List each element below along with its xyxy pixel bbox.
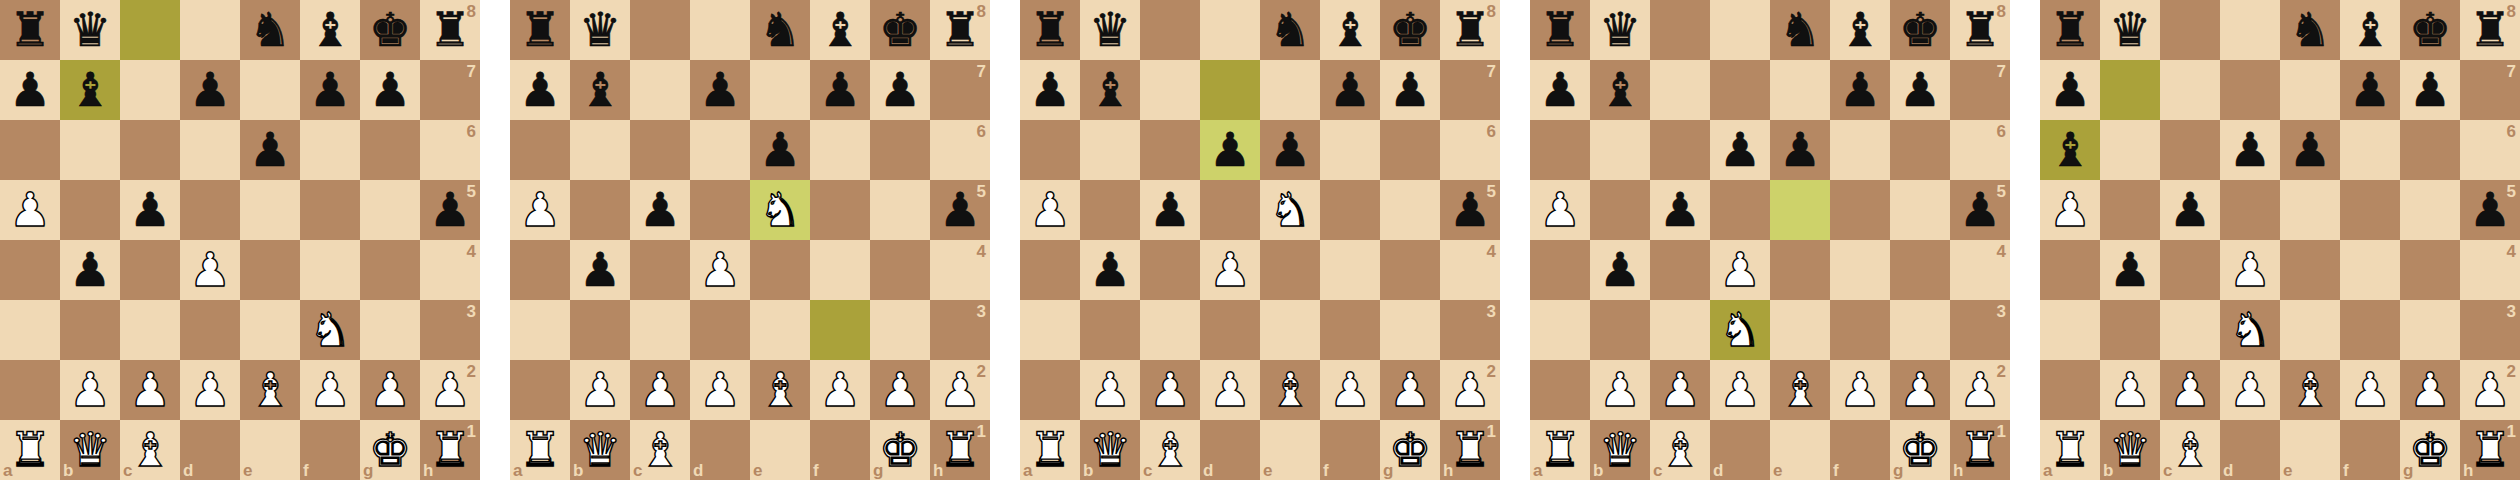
square-f7[interactable]: ♟ — [810, 60, 870, 120]
square-b8[interactable]: ♛ — [1080, 0, 1140, 60]
square-e7[interactable] — [240, 60, 300, 120]
square-a1[interactable]: ♜a — [0, 420, 60, 480]
square-g3[interactable] — [2400, 300, 2460, 360]
square-a6[interactable] — [1020, 120, 1080, 180]
square-b7[interactable]: ♝ — [570, 60, 630, 120]
square-b7[interactable]: ♝ — [60, 60, 120, 120]
square-d3[interactable]: ♞ — [2220, 300, 2280, 360]
square-e6[interactable]: ♟ — [2280, 120, 2340, 180]
square-b2[interactable]: ♟ — [1590, 360, 1650, 420]
square-g8[interactable]: ♚ — [1380, 0, 1440, 60]
square-g6[interactable] — [870, 120, 930, 180]
square-c3[interactable] — [2160, 300, 2220, 360]
square-f6[interactable] — [1830, 120, 1890, 180]
square-e8[interactable]: ♞ — [1260, 0, 1320, 60]
square-c3[interactable] — [1650, 300, 1710, 360]
square-b1[interactable]: ♛b — [60, 420, 120, 480]
square-a3[interactable] — [510, 300, 570, 360]
square-b4[interactable]: ♟ — [1080, 240, 1140, 300]
square-f2[interactable]: ♟ — [810, 360, 870, 420]
square-e5[interactable]: ♞ — [1260, 180, 1320, 240]
square-b8[interactable]: ♛ — [60, 0, 120, 60]
square-h3[interactable]: 3 — [2460, 300, 2520, 360]
square-g5[interactable] — [360, 180, 420, 240]
square-a8[interactable]: ♜ — [1530, 0, 1590, 60]
square-e8[interactable]: ♞ — [2280, 0, 2340, 60]
square-d6[interactable]: ♟ — [1200, 120, 1260, 180]
square-d8[interactable] — [1200, 0, 1260, 60]
square-d4[interactable]: ♟ — [180, 240, 240, 300]
square-a4[interactable] — [2040, 240, 2100, 300]
square-g6[interactable] — [2400, 120, 2460, 180]
square-b2[interactable]: ♟ — [1080, 360, 1140, 420]
square-h8[interactable]: ♜8 — [1950, 0, 2010, 60]
square-b2[interactable]: ♟ — [2100, 360, 2160, 420]
square-d3[interactable]: ♞ — [1710, 300, 1770, 360]
square-e3[interactable] — [2280, 300, 2340, 360]
square-c6[interactable] — [120, 120, 180, 180]
square-b3[interactable] — [1080, 300, 1140, 360]
square-b5[interactable] — [60, 180, 120, 240]
square-h4[interactable]: 4 — [1950, 240, 2010, 300]
square-f1[interactable]: f — [1320, 420, 1380, 480]
square-h3[interactable]: 3 — [930, 300, 990, 360]
square-c4[interactable] — [630, 240, 690, 300]
square-g1[interactable]: ♚g — [870, 420, 930, 480]
square-g7[interactable]: ♟ — [1890, 60, 1950, 120]
square-d5[interactable] — [1200, 180, 1260, 240]
square-e4[interactable] — [2280, 240, 2340, 300]
square-e1[interactable]: e — [2280, 420, 2340, 480]
square-a1[interactable]: ♜a — [2040, 420, 2100, 480]
square-a5[interactable]: ♟ — [510, 180, 570, 240]
square-c7[interactable] — [630, 60, 690, 120]
square-g7[interactable]: ♟ — [1380, 60, 1440, 120]
square-a2[interactable] — [1530, 360, 1590, 420]
square-f8[interactable]: ♝ — [1830, 0, 1890, 60]
square-c1[interactable]: ♝c — [630, 420, 690, 480]
square-c1[interactable]: ♝c — [1650, 420, 1710, 480]
square-g1[interactable]: ♚g — [1890, 420, 1950, 480]
square-h3[interactable]: 3 — [1440, 300, 1500, 360]
square-e3[interactable] — [750, 300, 810, 360]
square-f6[interactable] — [2340, 120, 2400, 180]
square-a1[interactable]: ♜a — [510, 420, 570, 480]
square-c2[interactable]: ♟ — [120, 360, 180, 420]
square-d8[interactable] — [690, 0, 750, 60]
square-h2[interactable]: ♟2 — [930, 360, 990, 420]
square-g8[interactable]: ♚ — [2400, 0, 2460, 60]
square-f3[interactable] — [1320, 300, 1380, 360]
square-f4[interactable] — [2340, 240, 2400, 300]
square-a5[interactable]: ♟ — [1530, 180, 1590, 240]
square-g7[interactable]: ♟ — [2400, 60, 2460, 120]
square-f5[interactable] — [1320, 180, 1380, 240]
square-a3[interactable] — [2040, 300, 2100, 360]
square-e2[interactable]: ♝ — [750, 360, 810, 420]
square-g2[interactable]: ♟ — [1380, 360, 1440, 420]
square-c4[interactable] — [1650, 240, 1710, 300]
square-d2[interactable]: ♟ — [180, 360, 240, 420]
square-a8[interactable]: ♜ — [1020, 0, 1080, 60]
square-c7[interactable] — [2160, 60, 2220, 120]
square-h6[interactable]: 6 — [930, 120, 990, 180]
square-c2[interactable]: ♟ — [1650, 360, 1710, 420]
square-d2[interactable]: ♟ — [1710, 360, 1770, 420]
square-e1[interactable]: e — [750, 420, 810, 480]
square-a7[interactable]: ♟ — [1020, 60, 1080, 120]
square-c1[interactable]: ♝c — [2160, 420, 2220, 480]
square-g8[interactable]: ♚ — [360, 0, 420, 60]
square-g4[interactable] — [870, 240, 930, 300]
square-h8[interactable]: ♜8 — [930, 0, 990, 60]
square-h8[interactable]: ♜8 — [1440, 0, 1500, 60]
square-g3[interactable] — [360, 300, 420, 360]
square-b7[interactable]: ♝ — [1590, 60, 1650, 120]
square-d5[interactable] — [2220, 180, 2280, 240]
square-e6[interactable]: ♟ — [750, 120, 810, 180]
square-d4[interactable]: ♟ — [1200, 240, 1260, 300]
square-d5[interactable] — [690, 180, 750, 240]
square-e2[interactable]: ♝ — [1770, 360, 1830, 420]
square-c8[interactable] — [1650, 0, 1710, 60]
square-g2[interactable]: ♟ — [1890, 360, 1950, 420]
square-f3[interactable] — [2340, 300, 2400, 360]
square-e3[interactable] — [240, 300, 300, 360]
square-a3[interactable] — [1530, 300, 1590, 360]
square-a6[interactable]: ♝ — [2040, 120, 2100, 180]
square-g3[interactable] — [870, 300, 930, 360]
square-g4[interactable] — [2400, 240, 2460, 300]
square-b8[interactable]: ♛ — [1590, 0, 1650, 60]
square-a6[interactable] — [0, 120, 60, 180]
square-f8[interactable]: ♝ — [300, 0, 360, 60]
square-f8[interactable]: ♝ — [1320, 0, 1380, 60]
square-e2[interactable]: ♝ — [1260, 360, 1320, 420]
square-c4[interactable] — [1140, 240, 1200, 300]
square-h3[interactable]: 3 — [1950, 300, 2010, 360]
square-e7[interactable] — [1770, 60, 1830, 120]
square-b8[interactable]: ♛ — [570, 0, 630, 60]
square-a7[interactable]: ♟ — [510, 60, 570, 120]
square-b8[interactable]: ♛ — [2100, 0, 2160, 60]
square-f3[interactable]: ♞ — [300, 300, 360, 360]
square-a8[interactable]: ♜ — [0, 0, 60, 60]
square-h5[interactable]: ♟5 — [2460, 180, 2520, 240]
square-g1[interactable]: ♚g — [2400, 420, 2460, 480]
square-a1[interactable]: ♜a — [1530, 420, 1590, 480]
square-c5[interactable]: ♟ — [2160, 180, 2220, 240]
square-e2[interactable]: ♝ — [240, 360, 300, 420]
square-f8[interactable]: ♝ — [810, 0, 870, 60]
square-h4[interactable]: 4 — [2460, 240, 2520, 300]
square-c7[interactable] — [1650, 60, 1710, 120]
square-b6[interactable] — [60, 120, 120, 180]
square-f6[interactable] — [810, 120, 870, 180]
square-c5[interactable]: ♟ — [1650, 180, 1710, 240]
square-c2[interactable]: ♟ — [2160, 360, 2220, 420]
square-b4[interactable]: ♟ — [2100, 240, 2160, 300]
square-c4[interactable] — [2160, 240, 2220, 300]
square-c5[interactable]: ♟ — [630, 180, 690, 240]
square-e3[interactable] — [1770, 300, 1830, 360]
square-d1[interactable]: d — [2220, 420, 2280, 480]
square-h4[interactable]: 4 — [930, 240, 990, 300]
square-b5[interactable] — [570, 180, 630, 240]
square-e3[interactable] — [1260, 300, 1320, 360]
square-g8[interactable]: ♚ — [1890, 0, 1950, 60]
square-h6[interactable]: 6 — [1950, 120, 2010, 180]
square-f4[interactable] — [1320, 240, 1380, 300]
square-d2[interactable]: ♟ — [690, 360, 750, 420]
square-h4[interactable]: 4 — [1440, 240, 1500, 300]
square-d7[interactable] — [2220, 60, 2280, 120]
square-d4[interactable]: ♟ — [690, 240, 750, 300]
square-h2[interactable]: ♟2 — [1950, 360, 2010, 420]
square-f5[interactable] — [300, 180, 360, 240]
square-b6[interactable] — [2100, 120, 2160, 180]
square-d7[interactable] — [1200, 60, 1260, 120]
square-b7[interactable]: ♝ — [1080, 60, 1140, 120]
square-h1[interactable]: ♜1h — [2460, 420, 2520, 480]
square-f2[interactable]: ♟ — [1320, 360, 1380, 420]
square-f5[interactable] — [2340, 180, 2400, 240]
square-d5[interactable] — [180, 180, 240, 240]
square-c6[interactable] — [630, 120, 690, 180]
square-g4[interactable] — [360, 240, 420, 300]
square-g5[interactable] — [870, 180, 930, 240]
square-f1[interactable]: f — [300, 420, 360, 480]
square-h8[interactable]: ♜8 — [420, 0, 480, 60]
square-d7[interactable]: ♟ — [690, 60, 750, 120]
square-e4[interactable] — [240, 240, 300, 300]
square-d6[interactable] — [180, 120, 240, 180]
square-d4[interactable]: ♟ — [2220, 240, 2280, 300]
square-d7[interactable] — [1710, 60, 1770, 120]
square-f4[interactable] — [1830, 240, 1890, 300]
square-h2[interactable]: ♟2 — [1440, 360, 1500, 420]
square-h7[interactable]: 7 — [1440, 60, 1500, 120]
square-e7[interactable] — [2280, 60, 2340, 120]
square-b6[interactable] — [570, 120, 630, 180]
square-f7[interactable]: ♟ — [1320, 60, 1380, 120]
square-d1[interactable]: d — [1710, 420, 1770, 480]
square-g5[interactable] — [2400, 180, 2460, 240]
square-g2[interactable]: ♟ — [2400, 360, 2460, 420]
square-c5[interactable]: ♟ — [120, 180, 180, 240]
square-a6[interactable] — [510, 120, 570, 180]
square-b4[interactable]: ♟ — [60, 240, 120, 300]
square-f5[interactable] — [810, 180, 870, 240]
square-a8[interactable]: ♜ — [2040, 0, 2100, 60]
square-d4[interactable]: ♟ — [1710, 240, 1770, 300]
square-h5[interactable]: ♟5 — [930, 180, 990, 240]
square-f6[interactable] — [300, 120, 360, 180]
square-h6[interactable]: 6 — [420, 120, 480, 180]
square-a2[interactable] — [1020, 360, 1080, 420]
square-f4[interactable] — [300, 240, 360, 300]
square-b3[interactable] — [60, 300, 120, 360]
square-c8[interactable] — [630, 0, 690, 60]
square-e6[interactable]: ♟ — [1260, 120, 1320, 180]
square-d8[interactable] — [1710, 0, 1770, 60]
square-c3[interactable] — [120, 300, 180, 360]
square-g4[interactable] — [1890, 240, 1950, 300]
square-e5[interactable]: ♞ — [750, 180, 810, 240]
square-h1[interactable]: ♜1h — [420, 420, 480, 480]
square-h1[interactable]: ♜1h — [1440, 420, 1500, 480]
square-a4[interactable] — [510, 240, 570, 300]
square-h5[interactable]: ♟5 — [1440, 180, 1500, 240]
square-f7[interactable]: ♟ — [2340, 60, 2400, 120]
square-h2[interactable]: ♟2 — [2460, 360, 2520, 420]
square-h5[interactable]: ♟5 — [1950, 180, 2010, 240]
square-e5[interactable] — [2280, 180, 2340, 240]
square-b3[interactable] — [2100, 300, 2160, 360]
square-a4[interactable] — [1020, 240, 1080, 300]
square-a4[interactable] — [1530, 240, 1590, 300]
square-e5[interactable] — [240, 180, 300, 240]
square-b1[interactable]: ♛b — [2100, 420, 2160, 480]
square-c1[interactable]: ♝c — [1140, 420, 1200, 480]
square-g2[interactable]: ♟ — [870, 360, 930, 420]
square-e1[interactable]: e — [1260, 420, 1320, 480]
square-a1[interactable]: ♜a — [1020, 420, 1080, 480]
square-e7[interactable] — [750, 60, 810, 120]
square-g3[interactable] — [1380, 300, 1440, 360]
square-b5[interactable] — [2100, 180, 2160, 240]
square-d1[interactable]: d — [180, 420, 240, 480]
square-e6[interactable]: ♟ — [240, 120, 300, 180]
square-e4[interactable] — [750, 240, 810, 300]
square-a3[interactable] — [0, 300, 60, 360]
square-d6[interactable]: ♟ — [1710, 120, 1770, 180]
square-g6[interactable] — [1890, 120, 1950, 180]
square-h6[interactable]: 6 — [2460, 120, 2520, 180]
square-a4[interactable] — [0, 240, 60, 300]
square-f2[interactable]: ♟ — [300, 360, 360, 420]
square-c8[interactable] — [1140, 0, 1200, 60]
square-f2[interactable]: ♟ — [2340, 360, 2400, 420]
square-d3[interactable] — [690, 300, 750, 360]
square-b1[interactable]: ♛b — [1590, 420, 1650, 480]
square-g8[interactable]: ♚ — [870, 0, 930, 60]
square-b2[interactable]: ♟ — [570, 360, 630, 420]
square-a2[interactable] — [2040, 360, 2100, 420]
square-h7[interactable]: 7 — [930, 60, 990, 120]
square-f1[interactable]: f — [810, 420, 870, 480]
square-g5[interactable] — [1890, 180, 1950, 240]
square-e2[interactable]: ♝ — [2280, 360, 2340, 420]
square-g6[interactable] — [1380, 120, 1440, 180]
square-d1[interactable]: d — [1200, 420, 1260, 480]
square-d6[interactable]: ♟ — [2220, 120, 2280, 180]
square-h7[interactable]: 7 — [1950, 60, 2010, 120]
square-e8[interactable]: ♞ — [240, 0, 300, 60]
square-a5[interactable]: ♟ — [1020, 180, 1080, 240]
square-c6[interactable] — [1650, 120, 1710, 180]
square-e1[interactable]: e — [1770, 420, 1830, 480]
square-a2[interactable] — [510, 360, 570, 420]
square-e5[interactable] — [1770, 180, 1830, 240]
square-c3[interactable] — [630, 300, 690, 360]
square-g5[interactable] — [1380, 180, 1440, 240]
square-f2[interactable]: ♟ — [1830, 360, 1890, 420]
square-g1[interactable]: ♚g — [1380, 420, 1440, 480]
square-d8[interactable] — [2220, 0, 2280, 60]
square-b3[interactable] — [570, 300, 630, 360]
square-e4[interactable] — [1260, 240, 1320, 300]
square-h6[interactable]: 6 — [1440, 120, 1500, 180]
square-h2[interactable]: ♟2 — [420, 360, 480, 420]
square-g1[interactable]: ♚g — [360, 420, 420, 480]
square-h4[interactable]: 4 — [420, 240, 480, 300]
square-b5[interactable] — [1080, 180, 1140, 240]
square-f5[interactable] — [1830, 180, 1890, 240]
square-f1[interactable]: f — [2340, 420, 2400, 480]
square-f4[interactable] — [810, 240, 870, 300]
square-f6[interactable] — [1320, 120, 1380, 180]
square-h7[interactable]: 7 — [420, 60, 480, 120]
square-c6[interactable] — [2160, 120, 2220, 180]
square-d7[interactable]: ♟ — [180, 60, 240, 120]
square-b4[interactable]: ♟ — [1590, 240, 1650, 300]
square-c8[interactable] — [120, 0, 180, 60]
square-d3[interactable] — [180, 300, 240, 360]
square-b2[interactable]: ♟ — [60, 360, 120, 420]
square-a7[interactable]: ♟ — [0, 60, 60, 120]
square-c3[interactable] — [1140, 300, 1200, 360]
square-b6[interactable] — [1080, 120, 1140, 180]
square-b6[interactable] — [1590, 120, 1650, 180]
square-e7[interactable] — [1260, 60, 1320, 120]
square-g7[interactable]: ♟ — [360, 60, 420, 120]
square-g2[interactable]: ♟ — [360, 360, 420, 420]
square-e8[interactable]: ♞ — [750, 0, 810, 60]
square-f1[interactable]: f — [1830, 420, 1890, 480]
square-g7[interactable]: ♟ — [870, 60, 930, 120]
square-h1[interactable]: ♜1h — [1950, 420, 2010, 480]
square-d5[interactable] — [1710, 180, 1770, 240]
square-b1[interactable]: ♛b — [570, 420, 630, 480]
square-b7[interactable] — [2100, 60, 2160, 120]
square-g4[interactable] — [1380, 240, 1440, 300]
square-f7[interactable]: ♟ — [300, 60, 360, 120]
square-d2[interactable]: ♟ — [1200, 360, 1260, 420]
square-c2[interactable]: ♟ — [1140, 360, 1200, 420]
square-b5[interactable] — [1590, 180, 1650, 240]
square-g3[interactable] — [1890, 300, 1950, 360]
square-f7[interactable]: ♟ — [1830, 60, 1890, 120]
square-e4[interactable] — [1770, 240, 1830, 300]
square-h5[interactable]: ♟5 — [420, 180, 480, 240]
square-c7[interactable] — [1140, 60, 1200, 120]
square-d8[interactable] — [180, 0, 240, 60]
square-d3[interactable] — [1200, 300, 1260, 360]
square-c7[interactable] — [120, 60, 180, 120]
square-e6[interactable]: ♟ — [1770, 120, 1830, 180]
square-g6[interactable] — [360, 120, 420, 180]
square-a7[interactable]: ♟ — [2040, 60, 2100, 120]
square-c2[interactable]: ♟ — [630, 360, 690, 420]
square-a6[interactable] — [1530, 120, 1590, 180]
square-a7[interactable]: ♟ — [1530, 60, 1590, 120]
square-f3[interactable] — [810, 300, 870, 360]
square-f3[interactable] — [1830, 300, 1890, 360]
square-f8[interactable]: ♝ — [2340, 0, 2400, 60]
square-c4[interactable] — [120, 240, 180, 300]
square-a8[interactable]: ♜ — [510, 0, 570, 60]
